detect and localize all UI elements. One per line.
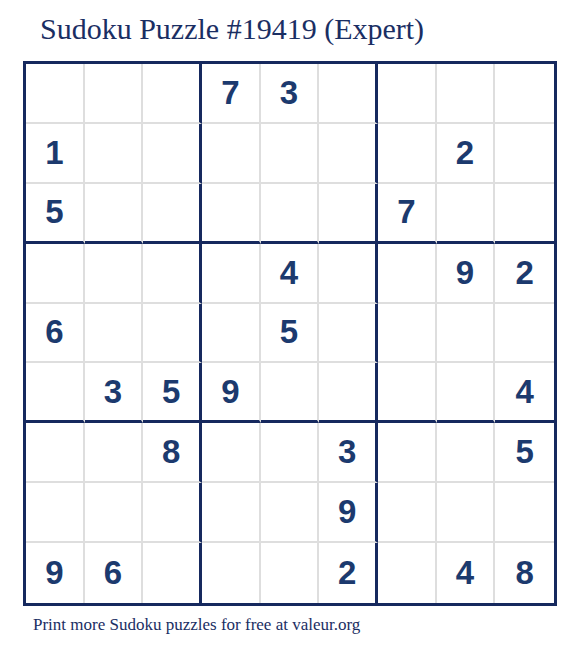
cell-r3c9[interactable] xyxy=(495,184,554,244)
cell-r2c7[interactable] xyxy=(378,124,437,184)
cell-r9c3[interactable] xyxy=(143,543,202,603)
cell-r5c1[interactable]: 6 xyxy=(26,304,85,364)
cell-r9c8[interactable]: 4 xyxy=(437,543,496,603)
cell-r6c5[interactable] xyxy=(261,363,320,423)
cell-r8c9[interactable] xyxy=(495,483,554,543)
cell-r3c5[interactable] xyxy=(261,184,320,244)
cell-r2c2[interactable] xyxy=(85,124,144,184)
cell-r4c3[interactable] xyxy=(143,244,202,304)
cell-r1c5[interactable]: 3 xyxy=(261,64,320,124)
cell-r6c7[interactable] xyxy=(378,363,437,423)
cell-r2c1[interactable]: 1 xyxy=(26,124,85,184)
cell-r7c5[interactable] xyxy=(261,423,320,483)
cell-r1c6[interactable] xyxy=(319,64,378,124)
cell-r7c4[interactable] xyxy=(202,423,261,483)
cell-r3c7[interactable]: 7 xyxy=(378,184,437,244)
cell-r5c9[interactable] xyxy=(495,304,554,364)
cell-r8c6[interactable]: 9 xyxy=(319,483,378,543)
cell-r8c3[interactable] xyxy=(143,483,202,543)
cell-r3c2[interactable] xyxy=(85,184,144,244)
cell-r7c2[interactable] xyxy=(85,423,144,483)
cell-r8c4[interactable] xyxy=(202,483,261,543)
cell-r9c7[interactable] xyxy=(378,543,437,603)
cell-r3c4[interactable] xyxy=(202,184,261,244)
cell-r9c5[interactable] xyxy=(261,543,320,603)
cell-r4c1[interactable] xyxy=(26,244,85,304)
cell-r8c1[interactable] xyxy=(26,483,85,543)
cell-r5c5[interactable]: 5 xyxy=(261,304,320,364)
cell-r8c8[interactable] xyxy=(437,483,496,543)
cell-r3c6[interactable] xyxy=(319,184,378,244)
cell-r4c9[interactable]: 2 xyxy=(495,244,554,304)
cell-r5c4[interactable] xyxy=(202,304,261,364)
cell-r9c1[interactable]: 9 xyxy=(26,543,85,603)
cell-r8c5[interactable] xyxy=(261,483,320,543)
cell-r1c1[interactable] xyxy=(26,64,85,124)
cell-r6c8[interactable] xyxy=(437,363,496,423)
cell-r5c7[interactable] xyxy=(378,304,437,364)
cell-r7c6[interactable]: 3 xyxy=(319,423,378,483)
cell-r5c8[interactable] xyxy=(437,304,496,364)
cell-r3c8[interactable] xyxy=(437,184,496,244)
cell-r4c8[interactable]: 9 xyxy=(437,244,496,304)
cell-r6c6[interactable] xyxy=(319,363,378,423)
cell-r4c2[interactable] xyxy=(85,244,144,304)
cell-r7c9[interactable]: 5 xyxy=(495,423,554,483)
cell-r8c2[interactable] xyxy=(85,483,144,543)
cell-r5c2[interactable] xyxy=(85,304,144,364)
puzzle-title: Sudoku Puzzle #19419 (Expert) xyxy=(40,12,424,46)
cell-r2c8[interactable]: 2 xyxy=(437,124,496,184)
cell-r6c3[interactable]: 5 xyxy=(143,363,202,423)
cell-r2c5[interactable] xyxy=(261,124,320,184)
cell-r3c1[interactable]: 5 xyxy=(26,184,85,244)
cell-r6c2[interactable]: 3 xyxy=(85,363,144,423)
cell-r1c8[interactable] xyxy=(437,64,496,124)
cell-r9c2[interactable]: 6 xyxy=(85,543,144,603)
cell-r4c6[interactable] xyxy=(319,244,378,304)
cell-r9c9[interactable]: 8 xyxy=(495,543,554,603)
cell-r1c2[interactable] xyxy=(85,64,144,124)
sudoku-board: 731257492653594835996248 xyxy=(23,61,557,606)
cell-r4c4[interactable] xyxy=(202,244,261,304)
cell-r5c3[interactable] xyxy=(143,304,202,364)
cell-r3c3[interactable] xyxy=(143,184,202,244)
cell-r2c3[interactable] xyxy=(143,124,202,184)
sudoku-page: Sudoku Puzzle #19419 (Expert) 7312574926… xyxy=(0,0,580,651)
cell-r7c8[interactable] xyxy=(437,423,496,483)
cell-r1c4[interactable]: 7 xyxy=(202,64,261,124)
cell-r4c5[interactable]: 4 xyxy=(261,244,320,304)
cell-r6c1[interactable] xyxy=(26,363,85,423)
cell-r9c6[interactable]: 2 xyxy=(319,543,378,603)
cell-r2c6[interactable] xyxy=(319,124,378,184)
cell-r7c7[interactable] xyxy=(378,423,437,483)
cell-r1c9[interactable] xyxy=(495,64,554,124)
footer-text: Print more Sudoku puzzles for free at va… xyxy=(33,615,360,635)
cell-r1c3[interactable] xyxy=(143,64,202,124)
cell-r2c9[interactable] xyxy=(495,124,554,184)
cell-r1c7[interactable] xyxy=(378,64,437,124)
cell-r7c3[interactable]: 8 xyxy=(143,423,202,483)
cell-r6c4[interactable]: 9 xyxy=(202,363,261,423)
cell-r5c6[interactable] xyxy=(319,304,378,364)
cell-r7c1[interactable] xyxy=(26,423,85,483)
cell-r4c7[interactable] xyxy=(378,244,437,304)
cell-r6c9[interactable]: 4 xyxy=(495,363,554,423)
cell-r9c4[interactable] xyxy=(202,543,261,603)
cell-r2c4[interactable] xyxy=(202,124,261,184)
cell-r8c7[interactable] xyxy=(378,483,437,543)
